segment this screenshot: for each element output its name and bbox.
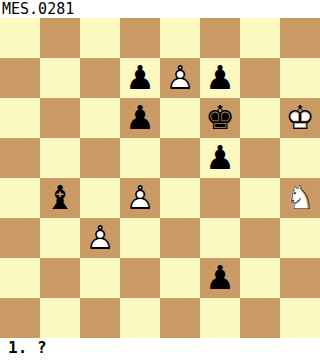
square-e6[interactable] <box>160 98 200 138</box>
square-a5[interactable] <box>0 138 40 178</box>
chess-problem-page: MES.0281 ♟♟♙♟♟♚♚♔♟♝♟♙♞♘♟♙♟ 1. ? <box>0 0 320 360</box>
square-a7[interactable] <box>0 58 40 98</box>
square-h6[interactable]: ♚♔ <box>280 98 320 138</box>
square-g6[interactable] <box>240 98 280 138</box>
square-f5[interactable]: ♟ <box>200 138 240 178</box>
square-c7[interactable] <box>80 58 120 98</box>
black-pawn-d6[interactable]: ♟ <box>120 98 160 138</box>
square-c5[interactable] <box>80 138 120 178</box>
square-g3[interactable] <box>240 218 280 258</box>
square-g4[interactable] <box>240 178 280 218</box>
piece-outline: ♙ <box>80 218 120 258</box>
square-h3[interactable] <box>280 218 320 258</box>
piece-outline: ♘ <box>280 178 320 218</box>
square-d3[interactable] <box>120 218 160 258</box>
square-g1[interactable] <box>240 298 280 338</box>
square-a3[interactable] <box>0 218 40 258</box>
square-f4[interactable] <box>200 178 240 218</box>
piece-outline: ♙ <box>160 58 200 98</box>
problem-id-title: MES.0281 <box>0 0 320 18</box>
square-c8[interactable] <box>80 18 120 58</box>
move-prompt: 1. ? <box>0 338 320 360</box>
black-king-f6[interactable]: ♚ <box>200 98 240 138</box>
square-f2[interactable]: ♟ <box>200 258 240 298</box>
square-a6[interactable] <box>0 98 40 138</box>
square-a2[interactable] <box>0 258 40 298</box>
square-g5[interactable] <box>240 138 280 178</box>
square-b7[interactable] <box>40 58 80 98</box>
square-d7[interactable]: ♟ <box>120 58 160 98</box>
square-b5[interactable] <box>40 138 80 178</box>
square-b1[interactable] <box>40 298 80 338</box>
square-e7[interactable]: ♟♙ <box>160 58 200 98</box>
square-f3[interactable] <box>200 218 240 258</box>
square-b8[interactable] <box>40 18 80 58</box>
square-a4[interactable] <box>0 178 40 218</box>
square-f8[interactable] <box>200 18 240 58</box>
square-d1[interactable] <box>120 298 160 338</box>
white-pawn-c3[interactable]: ♟♙ <box>80 218 120 258</box>
square-c1[interactable] <box>80 298 120 338</box>
square-c6[interactable] <box>80 98 120 138</box>
square-b3[interactable] <box>40 218 80 258</box>
black-pawn-f2[interactable]: ♟ <box>200 258 240 298</box>
square-c2[interactable] <box>80 258 120 298</box>
square-b2[interactable] <box>40 258 80 298</box>
square-g2[interactable] <box>240 258 280 298</box>
square-c4[interactable] <box>80 178 120 218</box>
square-h2[interactable] <box>280 258 320 298</box>
square-e2[interactable] <box>160 258 200 298</box>
square-d6[interactable]: ♟ <box>120 98 160 138</box>
square-h1[interactable] <box>280 298 320 338</box>
square-e1[interactable] <box>160 298 200 338</box>
white-king-h6[interactable]: ♚♔ <box>280 98 320 138</box>
square-e5[interactable] <box>160 138 200 178</box>
square-d4[interactable]: ♟♙ <box>120 178 160 218</box>
square-e8[interactable] <box>160 18 200 58</box>
square-c3[interactable]: ♟♙ <box>80 218 120 258</box>
black-pawn-d7[interactable]: ♟ <box>120 58 160 98</box>
square-g8[interactable] <box>240 18 280 58</box>
white-pawn-d4[interactable]: ♟♙ <box>120 178 160 218</box>
square-h7[interactable] <box>280 58 320 98</box>
white-pawn-e7[interactable]: ♟♙ <box>160 58 200 98</box>
square-g7[interactable] <box>240 58 280 98</box>
square-b6[interactable] <box>40 98 80 138</box>
square-d2[interactable] <box>120 258 160 298</box>
square-f6[interactable]: ♚ <box>200 98 240 138</box>
square-d8[interactable] <box>120 18 160 58</box>
chess-board: ♟♟♙♟♟♚♚♔♟♝♟♙♞♘♟♙♟ <box>0 18 320 338</box>
square-e4[interactable] <box>160 178 200 218</box>
piece-outline: ♙ <box>120 178 160 218</box>
square-h4[interactable]: ♞♘ <box>280 178 320 218</box>
square-h8[interactable] <box>280 18 320 58</box>
square-e3[interactable] <box>160 218 200 258</box>
square-a8[interactable] <box>0 18 40 58</box>
black-pawn-f7[interactable]: ♟ <box>200 58 240 98</box>
white-knight-h4[interactable]: ♞♘ <box>280 178 320 218</box>
square-a1[interactable] <box>0 298 40 338</box>
square-d5[interactable] <box>120 138 160 178</box>
square-f1[interactable] <box>200 298 240 338</box>
black-pawn-f5[interactable]: ♟ <box>200 138 240 178</box>
black-bishop-b4[interactable]: ♝ <box>40 178 80 218</box>
square-f7[interactable]: ♟ <box>200 58 240 98</box>
square-h5[interactable] <box>280 138 320 178</box>
piece-outline: ♔ <box>280 98 320 138</box>
square-b4[interactable]: ♝ <box>40 178 80 218</box>
